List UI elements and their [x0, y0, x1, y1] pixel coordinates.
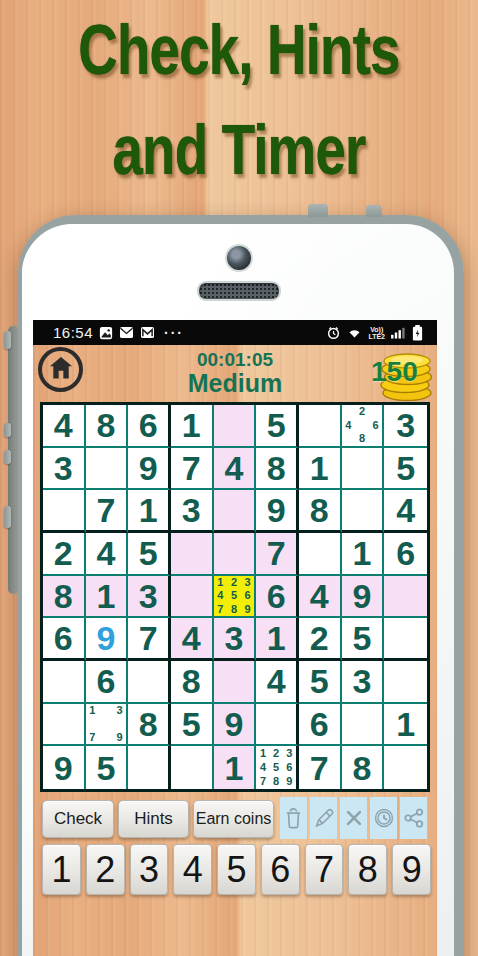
numpad-key-3[interactable]: 3: [130, 844, 169, 895]
cross-icon[interactable]: [340, 797, 367, 839]
given-digit: 5: [139, 536, 158, 570]
cell-r7c3[interactable]: [128, 661, 171, 704]
given-digit: 7: [97, 493, 116, 527]
cell-r3c1[interactable]: [43, 490, 86, 533]
screenshot: Check, Hints and Timer 16:54: [0, 0, 478, 956]
phone-frame: 16:54 ···: [18, 215, 464, 956]
given-digit: 3: [225, 621, 244, 655]
volume-down-button: [4, 450, 11, 464]
cell-r8c5[interactable]: 9: [214, 704, 257, 747]
front-camera-icon: [225, 244, 253, 272]
pencil-icon[interactable]: [310, 797, 337, 839]
side-button: [4, 506, 11, 528]
pencil-marks: 123456789: [256, 746, 296, 789]
cell-r6c9[interactable]: [384, 618, 427, 661]
given-digit: 4: [97, 536, 116, 570]
signal-icon: [391, 326, 406, 339]
cell-r2c2[interactable]: [86, 448, 129, 491]
cell-r3c3[interactable]: 1: [128, 490, 171, 533]
cell-r3c4[interactable]: 3: [171, 490, 214, 533]
page-title-line2: and Timer: [53, 115, 426, 185]
cell-r9c8[interactable]: 8: [342, 746, 385, 789]
cell-r5c6[interactable]: 6: [256, 576, 299, 619]
alarm-icon: [326, 325, 341, 340]
numpad-key-1[interactable]: 1: [42, 844, 81, 895]
given-digit: 5: [353, 621, 372, 655]
given-digit: 4: [396, 493, 415, 527]
given-digit: 1: [182, 408, 201, 442]
cell-r9c1[interactable]: 9: [43, 746, 86, 789]
cell-r4c7[interactable]: [299, 533, 342, 576]
given-digit: 6: [267, 579, 286, 613]
share-icon[interactable]: [400, 797, 427, 839]
given-digit: 1: [139, 493, 158, 527]
given-digit: 4: [310, 579, 329, 613]
given-digit: 4: [182, 621, 201, 655]
toolbar: Check Hints Earn coins: [33, 797, 437, 841]
trash-icon[interactable]: [280, 797, 307, 839]
battery-icon: [412, 325, 423, 341]
coins-count: 150: [371, 356, 418, 388]
cell-r6c8[interactable]: 5: [342, 618, 385, 661]
given-digit: 9: [225, 707, 244, 741]
power-button: [308, 204, 328, 217]
cell-r2c1[interactable]: 3: [43, 448, 86, 491]
cell-r7c4[interactable]: 8: [171, 661, 214, 704]
sim-tray: [366, 205, 382, 217]
given-digit: 9: [139, 451, 158, 485]
given-digit: 3: [182, 493, 201, 527]
given-digit: 5: [97, 751, 116, 785]
numpad-key-8[interactable]: 8: [348, 844, 387, 895]
given-digit: 3: [353, 664, 372, 698]
cell-r6c3[interactable]: 7: [128, 618, 171, 661]
cell-r5c8[interactable]: 9: [342, 576, 385, 619]
cell-r5c7[interactable]: 4: [299, 576, 342, 619]
cell-r8c8[interactable]: [342, 704, 385, 747]
volume-up-button: [4, 423, 11, 437]
cell-r6c1[interactable]: 6: [43, 618, 86, 661]
numpad-key-9[interactable]: 9: [392, 844, 431, 895]
cell-r5c9[interactable]: [384, 576, 427, 619]
given-digit: 3: [139, 579, 158, 613]
cell-r4c9[interactable]: 6: [384, 533, 427, 576]
pencil-marks: 2468: [342, 405, 383, 446]
cell-r5c1[interactable]: 8: [43, 576, 86, 619]
cell-r5c3[interactable]: 3: [128, 576, 171, 619]
cell-r7c2[interactable]: 6: [86, 661, 129, 704]
cell-r5c5[interactable]: 123456789: [214, 576, 257, 619]
earpiece-speaker: [197, 281, 281, 301]
given-digit: 1: [97, 579, 116, 613]
given-digit: 9: [54, 751, 73, 785]
hints-button[interactable]: Hints: [118, 800, 189, 838]
given-digit: 1: [310, 451, 329, 485]
given-digit: 8: [182, 664, 201, 698]
cell-r8c2[interactable]: 1379: [86, 704, 129, 747]
given-digit: 6: [139, 408, 158, 442]
cell-r8c4[interactable]: 5: [171, 704, 214, 747]
cell-r9c6[interactable]: 123456789: [256, 746, 299, 789]
cell-r5c4[interactable]: [171, 576, 214, 619]
cell-r1c6[interactable]: 5: [256, 405, 299, 448]
given-digit: 9: [267, 493, 286, 527]
cell-r9c3[interactable]: [128, 746, 171, 789]
given-digit: 7: [310, 751, 329, 785]
cell-r9c2[interactable]: 5: [86, 746, 129, 789]
number-pad: 123456789: [42, 844, 431, 895]
given-digit: 4: [225, 451, 244, 485]
cell-r3c5[interactable]: [214, 490, 257, 533]
given-digit: 1: [353, 536, 372, 570]
sudoku-app: 00:01:05 Medium 150: [33, 345, 437, 956]
cell-r2c9[interactable]: 5: [384, 448, 427, 491]
cell-r1c7[interactable]: [299, 405, 342, 448]
timer-icon[interactable]: [370, 797, 397, 839]
cell-r8c9[interactable]: 1: [384, 704, 427, 747]
cell-r6c2[interactable]: 9: [86, 618, 129, 661]
cell-r2c8[interactable]: [342, 448, 385, 491]
cell-r7c8[interactable]: 3: [342, 661, 385, 704]
status-bar: 16:54 ···: [33, 320, 437, 345]
cell-r4c6[interactable]: 7: [256, 533, 299, 576]
mute-switch: [4, 331, 11, 349]
sudoku-board: 4861524683397481571398424571681312345678…: [40, 402, 430, 792]
cell-r4c3[interactable]: 5: [128, 533, 171, 576]
numpad-key-4[interactable]: 4: [173, 844, 212, 895]
cell-r1c3[interactable]: 6: [128, 405, 171, 448]
given-digit: 6: [396, 536, 415, 570]
cell-r8c3[interactable]: 8: [128, 704, 171, 747]
cell-r9c9[interactable]: [384, 746, 427, 789]
cell-r4c8[interactable]: 1: [342, 533, 385, 576]
mail-icon: [119, 326, 134, 339]
given-digit: 4: [267, 664, 286, 698]
given-digit: 4: [54, 408, 73, 442]
given-digit: 5: [182, 707, 201, 741]
more-notifications-icon: ···: [164, 325, 184, 341]
cell-r1c4[interactable]: 1: [171, 405, 214, 448]
cell-r1c2[interactable]: 8: [86, 405, 129, 448]
cell-r1c5[interactable]: [214, 405, 257, 448]
cell-r7c9[interactable]: [384, 661, 427, 704]
cell-r1c9[interactable]: 3: [384, 405, 427, 448]
cell-r7c1[interactable]: [43, 661, 86, 704]
numpad-key-6[interactable]: 6: [261, 844, 300, 895]
cell-r3c9[interactable]: 4: [384, 490, 427, 533]
cell-r2c5[interactable]: 4: [214, 448, 257, 491]
cell-r6c4[interactable]: 4: [171, 618, 214, 661]
cell-r8c7[interactable]: 6: [299, 704, 342, 747]
numpad-key-7[interactable]: 7: [305, 844, 344, 895]
cell-r6c5[interactable]: 3: [214, 618, 257, 661]
given-digit: 6: [310, 707, 329, 741]
cell-r3c2[interactable]: 7: [86, 490, 129, 533]
given-digit: 8: [97, 408, 116, 442]
given-digit: 7: [267, 536, 286, 570]
given-digit: 1: [267, 621, 286, 655]
given-digit: 8: [267, 451, 286, 485]
given-digit: 5: [396, 451, 415, 485]
given-digit: 1: [396, 707, 415, 741]
cell-r4c1[interactable]: 2: [43, 533, 86, 576]
wifi-icon: [347, 326, 362, 339]
cell-r8c6[interactable]: [256, 704, 299, 747]
cell-r7c6[interactable]: 4: [256, 661, 299, 704]
given-digit: 1: [225, 751, 244, 785]
gmail-icon: [140, 326, 155, 339]
given-digit: 8: [54, 579, 73, 613]
given-digit: 9: [353, 579, 372, 613]
given-digit: 5: [310, 664, 329, 698]
page-title-line1: Check, Hints: [53, 15, 426, 85]
given-digit: 3: [396, 408, 415, 442]
given-digit: 8: [139, 707, 158, 741]
cell-r9c5[interactable]: 1: [214, 746, 257, 789]
given-digit: 7: [139, 621, 158, 655]
earn-coins-button[interactable]: Earn coins: [193, 800, 274, 838]
given-digit: 6: [97, 664, 116, 698]
cell-r2c6[interactable]: 8: [256, 448, 299, 491]
given-digit: 7: [182, 451, 201, 485]
user-digit: 9: [97, 621, 116, 655]
cell-r7c5[interactable]: [214, 661, 257, 704]
cell-r4c5[interactable]: [214, 533, 257, 576]
cell-r1c8[interactable]: 2468: [342, 405, 385, 448]
clock-text: 16:54: [53, 324, 93, 341]
network-type-label: Vo)) LTE2: [368, 326, 385, 340]
cell-r1c1[interactable]: 4: [43, 405, 86, 448]
given-digit: 2: [54, 536, 73, 570]
cell-r6c6[interactable]: 1: [256, 618, 299, 661]
cell-r9c7[interactable]: 7: [299, 746, 342, 789]
cell-r8c1[interactable]: [43, 704, 86, 747]
cell-r2c4[interactable]: 7: [171, 448, 214, 491]
given-digit: 2: [310, 621, 329, 655]
gallery-icon: [99, 326, 113, 340]
given-digit: 5: [267, 408, 286, 442]
coins-display[interactable]: 150: [380, 348, 433, 402]
cell-r2c3[interactable]: 9: [128, 448, 171, 491]
cell-r4c2[interactable]: 4: [86, 533, 129, 576]
cell-r7c7[interactable]: 5: [299, 661, 342, 704]
given-digit: 8: [353, 751, 372, 785]
cell-r3c6[interactable]: 9: [256, 490, 299, 533]
numpad-key-5[interactable]: 5: [217, 844, 256, 895]
given-digit: 3: [54, 451, 73, 485]
phone-screen: 16:54 ···: [33, 320, 437, 956]
pencil-marks: 1379: [86, 704, 127, 745]
cell-r3c8[interactable]: [342, 490, 385, 533]
cell-r5c2[interactable]: 1: [86, 576, 129, 619]
cell-r3c7[interactable]: 8: [299, 490, 342, 533]
cell-r4c4[interactable]: [171, 533, 214, 576]
given-digit: 8: [310, 493, 329, 527]
cell-r2c7[interactable]: 1: [299, 448, 342, 491]
given-digit: 6: [54, 621, 73, 655]
pencil-marks: 123456789: [214, 576, 255, 617]
check-button[interactable]: Check: [42, 800, 114, 838]
numpad-key-2[interactable]: 2: [86, 844, 125, 895]
cell-r6c7[interactable]: 2: [299, 618, 342, 661]
cell-r9c4[interactable]: [171, 746, 214, 789]
